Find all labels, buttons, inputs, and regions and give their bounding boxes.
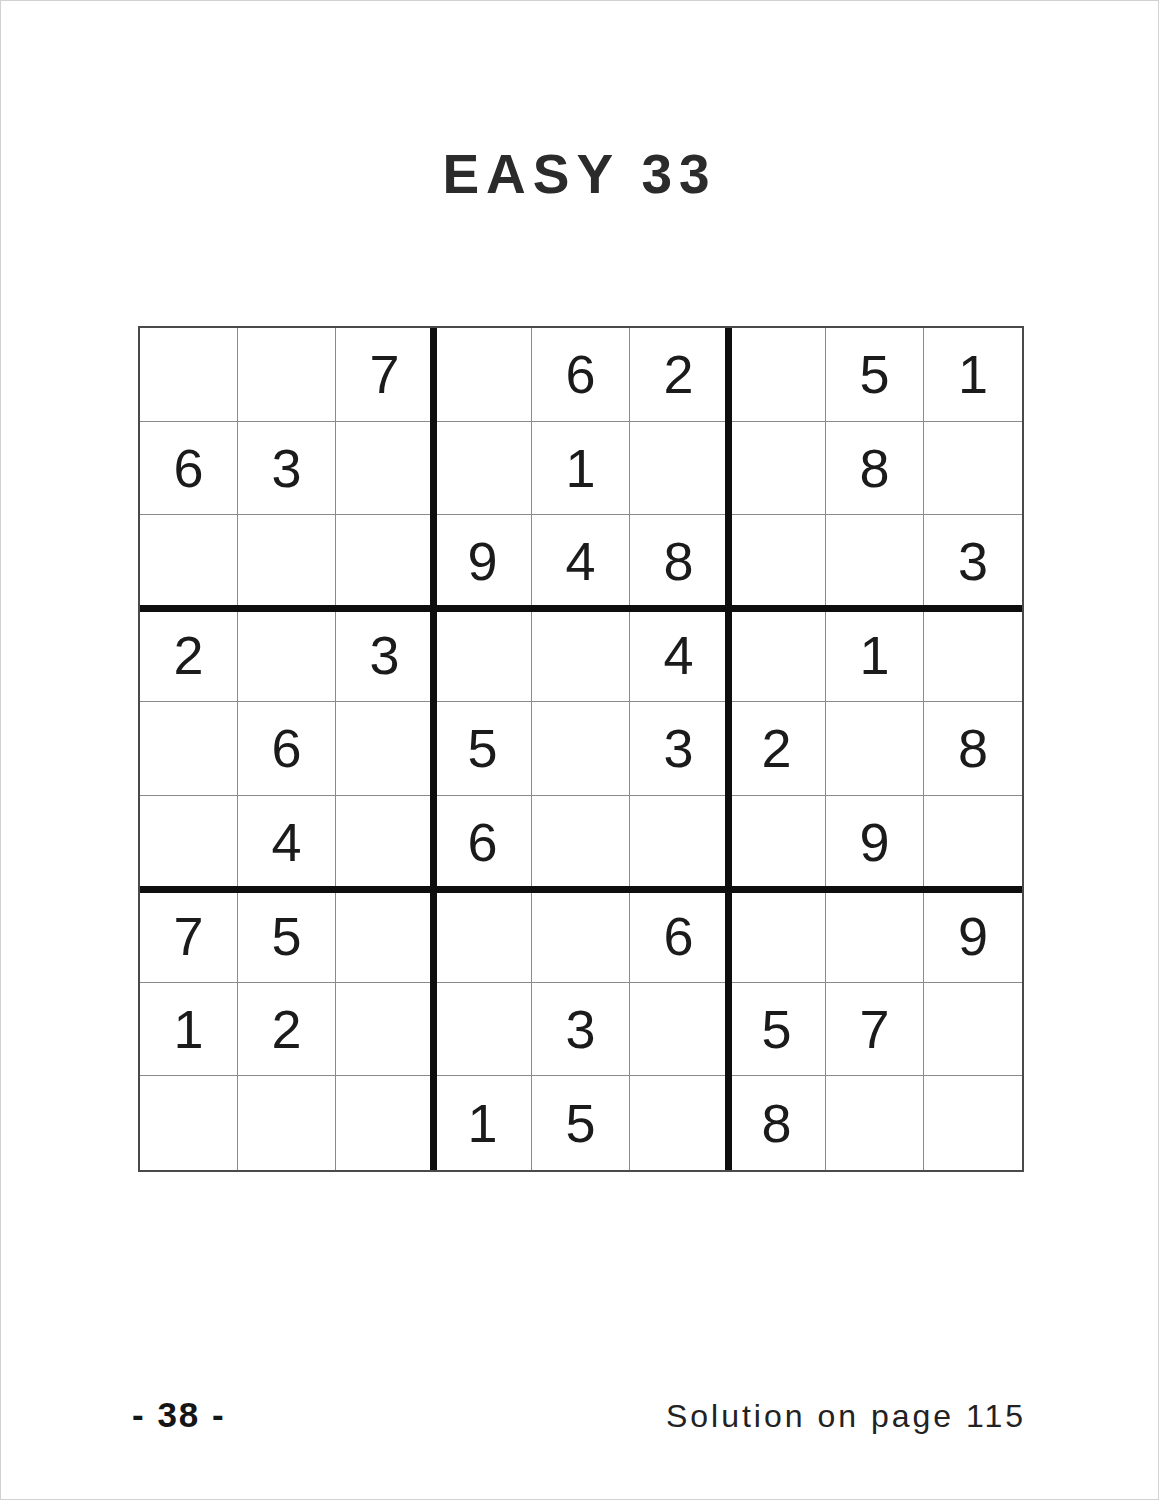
cell-r2c4 — [434, 422, 532, 516]
cell-r1c1 — [140, 328, 238, 422]
cell-r8c2: 2 — [238, 983, 336, 1077]
cell-r7c7 — [728, 889, 826, 983]
cell-r3c6: 8 — [630, 515, 728, 609]
cell-r7c5 — [532, 889, 630, 983]
cell-r8c3 — [336, 983, 434, 1077]
cell-r9c2 — [238, 1076, 336, 1170]
cell-r2c6 — [630, 422, 728, 516]
cell-r9c7: 8 — [728, 1076, 826, 1170]
cell-r7c4 — [434, 889, 532, 983]
cell-r3c2 — [238, 515, 336, 609]
cell-r5c3 — [336, 702, 434, 796]
cell-r6c1 — [140, 796, 238, 890]
cell-r5c1 — [140, 702, 238, 796]
cell-r3c8 — [826, 515, 924, 609]
cell-r6c4: 6 — [434, 796, 532, 890]
cell-r3c7 — [728, 515, 826, 609]
cell-r6c2: 4 — [238, 796, 336, 890]
cell-r4c4 — [434, 609, 532, 703]
cell-r2c2: 3 — [238, 422, 336, 516]
cell-r1c8: 5 — [826, 328, 924, 422]
cell-r3c9: 3 — [924, 515, 1022, 609]
cell-r4c1: 2 — [140, 609, 238, 703]
cell-r2c3 — [336, 422, 434, 516]
cell-r2c9 — [924, 422, 1022, 516]
cell-r9c1 — [140, 1076, 238, 1170]
cell-r2c8: 8 — [826, 422, 924, 516]
cell-r8c6 — [630, 983, 728, 1077]
cell-r3c3 — [336, 515, 434, 609]
cell-r9c8 — [826, 1076, 924, 1170]
cell-r8c1: 1 — [140, 983, 238, 1077]
cell-r1c9: 1 — [924, 328, 1022, 422]
cell-r8c9 — [924, 983, 1022, 1077]
cell-r5c7: 2 — [728, 702, 826, 796]
cell-r2c7 — [728, 422, 826, 516]
cell-r6c6 — [630, 796, 728, 890]
cell-r5c8 — [826, 702, 924, 796]
cell-r9c6 — [630, 1076, 728, 1170]
cell-r7c8 — [826, 889, 924, 983]
cell-r1c7 — [728, 328, 826, 422]
cell-r4c8: 1 — [826, 609, 924, 703]
cell-r1c5: 6 — [532, 328, 630, 422]
cell-r6c7 — [728, 796, 826, 890]
cell-r3c4: 9 — [434, 515, 532, 609]
cell-r4c2 — [238, 609, 336, 703]
cell-r2c1: 6 — [140, 422, 238, 516]
cell-r9c5: 5 — [532, 1076, 630, 1170]
cell-r6c5 — [532, 796, 630, 890]
book-page: EASY 33 76251631894832341653284697569123… — [0, 0, 1159, 1500]
cell-r9c4: 1 — [434, 1076, 532, 1170]
cell-r9c3 — [336, 1076, 434, 1170]
cell-r1c3: 7 — [336, 328, 434, 422]
cell-r4c9 — [924, 609, 1022, 703]
cell-r4c7 — [728, 609, 826, 703]
solution-reference: Solution on page 115 — [666, 1400, 1026, 1432]
cell-r8c4 — [434, 983, 532, 1077]
cell-r8c8: 7 — [826, 983, 924, 1077]
puzzle-title: EASY 33 — [1, 147, 1158, 202]
cell-r7c6: 6 — [630, 889, 728, 983]
cell-r2c5: 1 — [532, 422, 630, 516]
cell-r4c3: 3 — [336, 609, 434, 703]
cell-r7c1: 7 — [140, 889, 238, 983]
cell-r8c7: 5 — [728, 983, 826, 1077]
cell-r7c2: 5 — [238, 889, 336, 983]
cell-r3c1 — [140, 515, 238, 609]
cell-r1c4 — [434, 328, 532, 422]
cell-r1c2 — [238, 328, 336, 422]
cell-r3c5: 4 — [532, 515, 630, 609]
cell-r5c9: 8 — [924, 702, 1022, 796]
cell-r4c5 — [532, 609, 630, 703]
cell-r5c4: 5 — [434, 702, 532, 796]
page-number: - 38 - — [132, 1397, 226, 1432]
cell-r7c3 — [336, 889, 434, 983]
cell-r5c5 — [532, 702, 630, 796]
cell-r5c2: 6 — [238, 702, 336, 796]
cell-r1c6: 2 — [630, 328, 728, 422]
cell-r5c6: 3 — [630, 702, 728, 796]
cell-r8c5: 3 — [532, 983, 630, 1077]
cell-r6c9 — [924, 796, 1022, 890]
cell-r6c8: 9 — [826, 796, 924, 890]
cell-r4c6: 4 — [630, 609, 728, 703]
sudoku-board: 7625163189483234165328469756912357158 — [138, 326, 1024, 1172]
cell-r7c9: 9 — [924, 889, 1022, 983]
cell-r9c9 — [924, 1076, 1022, 1170]
cell-r6c3 — [336, 796, 434, 890]
